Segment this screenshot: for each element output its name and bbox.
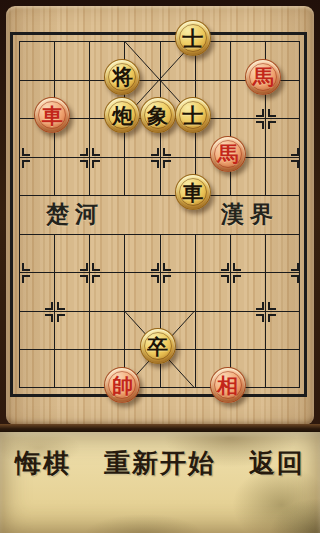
piece-glyph: 帥 bbox=[112, 375, 133, 396]
point-marker bbox=[80, 275, 88, 283]
piece-glyph: 相 bbox=[217, 375, 238, 396]
panel-separator bbox=[0, 424, 320, 432]
piece-glyph: 象 bbox=[147, 105, 168, 126]
restart-button[interactable]: 重新开始 bbox=[104, 446, 216, 480]
piece-glyph: 車 bbox=[182, 182, 203, 203]
piece-black-advisor[interactable]: 士 bbox=[175, 20, 211, 56]
river-label-right: 漢界 bbox=[221, 199, 279, 230]
xiangqi-app: 楚河 漢界 士将馬車炮象士馬車卒帥相 悔棋 重新开始 返回 bbox=[0, 0, 320, 533]
point-marker bbox=[268, 302, 276, 310]
point-marker bbox=[80, 160, 88, 168]
board-cell bbox=[195, 311, 230, 350]
point-marker bbox=[268, 314, 276, 322]
point-marker bbox=[45, 314, 53, 322]
point-marker bbox=[163, 275, 171, 283]
piece-black-soldier[interactable]: 卒 bbox=[140, 328, 176, 364]
point-marker bbox=[221, 263, 229, 271]
piece-red-chariot[interactable]: 車 bbox=[34, 97, 70, 133]
point-marker bbox=[22, 275, 30, 283]
point-marker bbox=[256, 314, 264, 322]
undo-button[interactable]: 悔棋 bbox=[15, 446, 71, 480]
point-marker bbox=[22, 160, 30, 168]
board-cell bbox=[124, 195, 159, 234]
river-label-left: 楚河 bbox=[46, 199, 104, 230]
piece-glyph: 車 bbox=[42, 105, 63, 126]
piece-black-cannon[interactable]: 炮 bbox=[104, 97, 140, 133]
point-marker bbox=[151, 263, 159, 271]
board-cell bbox=[89, 311, 124, 350]
board-cell bbox=[54, 349, 89, 388]
piece-glyph: 卒 bbox=[147, 336, 168, 357]
piece-red-elephant[interactable]: 相 bbox=[210, 367, 246, 403]
point-marker bbox=[80, 148, 88, 156]
piece-black-chariot[interactable]: 車 bbox=[175, 174, 211, 210]
point-marker bbox=[221, 275, 229, 283]
piece-glyph: 将 bbox=[112, 66, 133, 87]
board-cell bbox=[54, 41, 89, 80]
point-marker bbox=[57, 314, 65, 322]
point-marker bbox=[233, 275, 241, 283]
back-button[interactable]: 返回 bbox=[249, 446, 305, 480]
board-cell bbox=[19, 349, 54, 388]
piece-glyph: 馬 bbox=[252, 66, 273, 87]
menu-row: 悔棋 重新开始 返回 bbox=[0, 446, 320, 480]
point-marker bbox=[92, 275, 100, 283]
point-marker bbox=[151, 148, 159, 156]
point-marker bbox=[268, 121, 276, 129]
point-marker bbox=[57, 302, 65, 310]
point-marker bbox=[22, 148, 30, 156]
piece-red-horse[interactable]: 馬 bbox=[210, 136, 246, 172]
point-marker bbox=[233, 263, 241, 271]
point-marker bbox=[45, 302, 53, 310]
point-marker bbox=[291, 160, 299, 168]
point-marker bbox=[291, 263, 299, 271]
board-cell bbox=[19, 41, 54, 80]
point-marker bbox=[256, 109, 264, 117]
piece-black-general[interactable]: 将 bbox=[104, 59, 140, 95]
point-marker bbox=[163, 160, 171, 168]
point-marker bbox=[92, 263, 100, 271]
point-marker bbox=[268, 109, 276, 117]
point-marker bbox=[291, 148, 299, 156]
piece-red-general[interactable]: 帥 bbox=[104, 367, 140, 403]
point-marker bbox=[163, 263, 171, 271]
point-marker bbox=[80, 263, 88, 271]
piece-black-advisor[interactable]: 士 bbox=[175, 97, 211, 133]
point-marker bbox=[92, 160, 100, 168]
point-marker bbox=[151, 275, 159, 283]
piece-glyph: 士 bbox=[182, 105, 203, 126]
point-marker bbox=[163, 148, 171, 156]
point-marker bbox=[22, 263, 30, 271]
piece-glyph: 馬 bbox=[217, 143, 238, 164]
point-marker bbox=[291, 275, 299, 283]
piece-red-horse[interactable]: 馬 bbox=[245, 59, 281, 95]
piece-black-elephant[interactable]: 象 bbox=[140, 97, 176, 133]
point-marker bbox=[256, 121, 264, 129]
piece-glyph: 炮 bbox=[112, 105, 133, 126]
board-cell bbox=[265, 349, 300, 388]
piece-glyph: 士 bbox=[182, 28, 203, 49]
point-marker bbox=[92, 148, 100, 156]
point-marker bbox=[256, 302, 264, 310]
point-marker bbox=[151, 160, 159, 168]
